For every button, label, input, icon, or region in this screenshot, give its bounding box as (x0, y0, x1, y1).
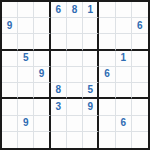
cell-r4c5[interactable] (67, 51, 83, 67)
cell-r8c9[interactable] (132, 116, 148, 132)
cell-r1c9[interactable] (132, 2, 148, 18)
cell-r8c8[interactable]: 6 (116, 116, 132, 132)
cell-r9c8[interactable] (116, 132, 132, 148)
cell-r6c8[interactable] (116, 83, 132, 99)
cell-r7c5[interactable] (67, 99, 83, 115)
cell-r5c2[interactable] (18, 67, 34, 83)
cell-r9c5[interactable] (67, 132, 83, 148)
cell-r6c4[interactable]: 8 (51, 83, 67, 99)
cell-r5c9[interactable] (132, 67, 148, 83)
cell-r8c4[interactable] (51, 116, 67, 132)
cell-r8c3[interactable] (34, 116, 50, 132)
cell-r7c9[interactable] (132, 99, 148, 115)
cell-r7c7[interactable] (99, 99, 115, 115)
cell-r8c1[interactable] (2, 116, 18, 132)
cell-r2c4[interactable] (51, 18, 67, 34)
cell-r5c4[interactable] (51, 67, 67, 83)
cell-r7c6[interactable]: 9 (83, 99, 99, 115)
cell-r7c1[interactable] (2, 99, 18, 115)
cell-r1c6[interactable]: 1 (83, 2, 99, 18)
cell-r9c1[interactable] (2, 132, 18, 148)
cell-r4c3[interactable] (34, 51, 50, 67)
cell-r2c9[interactable]: 6 (132, 18, 148, 34)
cell-r1c5[interactable]: 8 (67, 2, 83, 18)
cell-r2c7[interactable] (99, 18, 115, 34)
cell-r6c9[interactable] (132, 83, 148, 99)
cell-r1c3[interactable] (34, 2, 50, 18)
cell-r5c7[interactable]: 6 (99, 67, 115, 83)
cell-r8c5[interactable] (67, 116, 83, 132)
cell-r6c1[interactable] (2, 83, 18, 99)
cell-r6c5[interactable] (67, 83, 83, 99)
cell-r5c6[interactable] (83, 67, 99, 83)
cell-r7c2[interactable] (18, 99, 34, 115)
cell-r2c8[interactable] (116, 18, 132, 34)
cell-r5c3[interactable]: 9 (34, 67, 50, 83)
cell-r6c7[interactable] (99, 83, 115, 99)
cell-r4c6[interactable] (83, 51, 99, 67)
cell-r2c3[interactable] (34, 18, 50, 34)
sudoku-board: 681965196853996 (0, 0, 150, 150)
cell-r3c4[interactable] (51, 34, 67, 50)
cell-r9c3[interactable] (34, 132, 50, 148)
cell-r8c6[interactable] (83, 116, 99, 132)
cell-r6c2[interactable] (18, 83, 34, 99)
cell-r2c6[interactable] (83, 18, 99, 34)
cell-r5c5[interactable] (67, 67, 83, 83)
cell-r3c9[interactable] (132, 34, 148, 50)
cell-r6c6[interactable]: 5 (83, 83, 99, 99)
cell-r7c8[interactable] (116, 99, 132, 115)
cell-r3c1[interactable] (2, 34, 18, 50)
cell-r8c2[interactable]: 9 (18, 116, 34, 132)
cell-r2c1[interactable]: 9 (2, 18, 18, 34)
cell-r1c4[interactable]: 6 (51, 2, 67, 18)
cell-r5c8[interactable] (116, 67, 132, 83)
cell-r3c8[interactable] (116, 34, 132, 50)
cell-r7c4[interactable]: 3 (51, 99, 67, 115)
cell-r1c1[interactable] (2, 2, 18, 18)
cell-r4c9[interactable] (132, 51, 148, 67)
cell-r1c7[interactable] (99, 2, 115, 18)
cell-r2c2[interactable] (18, 18, 34, 34)
cell-r4c7[interactable] (99, 51, 115, 67)
cell-r6c3[interactable] (34, 83, 50, 99)
cell-r1c8[interactable] (116, 2, 132, 18)
cell-r3c6[interactable] (83, 34, 99, 50)
cell-r7c3[interactable] (34, 99, 50, 115)
cell-r9c2[interactable] (18, 132, 34, 148)
cell-r4c4[interactable] (51, 51, 67, 67)
cell-r9c9[interactable] (132, 132, 148, 148)
cell-r3c3[interactable] (34, 34, 50, 50)
cell-r4c8[interactable]: 1 (116, 51, 132, 67)
cell-r3c5[interactable] (67, 34, 83, 50)
cell-r1c2[interactable] (18, 2, 34, 18)
cell-r9c4[interactable] (51, 132, 67, 148)
cell-r9c7[interactable] (99, 132, 115, 148)
cell-r9c6[interactable] (83, 132, 99, 148)
cell-r3c2[interactable] (18, 34, 34, 50)
cell-r8c7[interactable] (99, 116, 115, 132)
cell-r3c7[interactable] (99, 34, 115, 50)
cell-r2c5[interactable] (67, 18, 83, 34)
cell-r4c2[interactable]: 5 (18, 51, 34, 67)
cell-r5c1[interactable] (2, 67, 18, 83)
cell-r4c1[interactable] (2, 51, 18, 67)
